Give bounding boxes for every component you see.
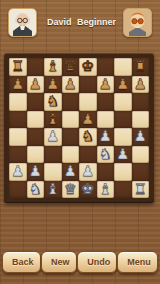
square-d2[interactable]: ♟ [62,163,80,181]
white-bishop: ♝ [99,181,112,199]
square-h1[interactable]: ♜ [132,181,150,199]
square-c8[interactable]: ♝ [44,58,62,76]
square-g4[interactable] [114,128,132,146]
bottom-toolbar: Back New Undo Menu [0,251,160,273]
square-h7[interactable]: ♟ [132,76,150,94]
square-g7[interactable]: ♟ [114,76,132,94]
black-rook: ♜ [134,58,147,76]
square-f2[interactable] [97,163,115,181]
sunglasses-man-icon [124,9,151,36]
white-pawn: ♟ [99,128,112,146]
top-bar: David Beginner [0,0,160,44]
square-b8[interactable] [27,58,45,76]
black-bishop: ♝ [46,111,59,129]
square-d8[interactable]: ♛ [62,58,80,76]
square-g1[interactable] [114,181,132,199]
chess-board: ♜♝♛♚♜♟♟♟♟♟♟♟♞♝♟♟♞♟♟♞♟♟♟♟♟♞♝♛♚♝♜ [9,58,149,198]
black-pawn: ♟ [46,76,59,94]
undo-button[interactable]: Undo [77,251,117,273]
square-d7[interactable]: ♟ [62,76,80,94]
square-b7[interactable]: ♟ [27,76,45,94]
white-knight: ♞ [29,181,42,199]
black-pawn: ♟ [64,76,77,94]
square-h4[interactable]: ♟ [132,128,150,146]
square-d6[interactable] [62,93,80,111]
square-b3[interactable] [27,146,45,164]
square-f8[interactable] [97,58,115,76]
square-c5[interactable]: ♝ [44,111,62,129]
black-pawn: ♟ [29,76,42,94]
white-pawn: ♟ [46,128,59,146]
square-d5[interactable] [62,111,80,129]
square-c7[interactable]: ♟ [44,76,62,94]
square-b5[interactable] [27,111,45,129]
square-e5[interactable]: ♟ [79,111,97,129]
square-c2[interactable] [44,163,62,181]
square-c3[interactable] [44,146,62,164]
chess-app: David Beginner ♜♝♛♚♜♟♟♟♟♟♟♟♞♝♟♟♞♟♟♞♟♟♟♟♟… [0,0,160,284]
black-king: ♚ [81,58,94,76]
white-bishop: ♝ [46,181,59,199]
player-name: David [47,17,72,27]
square-h2[interactable] [132,163,150,181]
square-e8[interactable]: ♚ [79,58,97,76]
square-g6[interactable] [114,93,132,111]
black-queen: ♛ [64,58,77,76]
square-h8[interactable]: ♜ [132,58,150,76]
square-f5[interactable] [97,111,115,129]
square-d1[interactable]: ♛ [62,181,80,199]
square-a8[interactable]: ♜ [9,58,27,76]
square-g8[interactable] [114,58,132,76]
square-h5[interactable] [132,111,150,129]
white-king: ♚ [81,181,94,199]
square-a4[interactable] [9,128,27,146]
square-c6[interactable]: ♞ [44,93,62,111]
square-e2[interactable]: ♟ [79,163,97,181]
white-pawn: ♟ [116,146,129,164]
square-e3[interactable] [79,146,97,164]
white-pawn: ♟ [11,163,24,181]
square-g3[interactable]: ♟ [114,146,132,164]
white-pawn: ♟ [29,163,42,181]
white-knight: ♞ [99,146,112,164]
black-pawn: ♟ [99,76,112,94]
square-a7[interactable]: ♟ [9,76,27,94]
square-d4[interactable] [62,128,80,146]
square-h3[interactable] [132,146,150,164]
black-bishop: ♝ [46,58,59,76]
black-rook: ♜ [11,58,24,76]
square-a1[interactable] [9,181,27,199]
black-pawn: ♟ [134,76,147,94]
white-rook: ♜ [134,181,147,199]
square-b6[interactable] [27,93,45,111]
square-a2[interactable]: ♟ [9,163,27,181]
square-e7[interactable] [79,76,97,94]
square-g5[interactable] [114,111,132,129]
square-g2[interactable] [114,163,132,181]
white-pawn: ♟ [64,163,77,181]
white-pawn: ♟ [81,163,94,181]
square-b2[interactable]: ♟ [27,163,45,181]
white-player-avatar [8,8,37,37]
skill-level-label: Beginner [77,17,116,27]
menu-button[interactable]: Menu [117,251,158,273]
square-f6[interactable] [97,93,115,111]
square-d3[interactable] [62,146,80,164]
back-button[interactable]: Back [2,251,41,273]
square-c4[interactable]: ♟ [44,128,62,146]
square-e1[interactable]: ♚ [79,181,97,199]
square-f7[interactable]: ♟ [97,76,115,94]
white-queen: ♛ [64,181,77,199]
elderly-man-icon [9,9,36,36]
square-b4[interactable] [27,128,45,146]
square-a3[interactable] [9,146,27,164]
square-a6[interactable] [9,93,27,111]
black-pawn: ♟ [116,76,129,94]
black-player-avatar [123,8,152,37]
new-game-button[interactable]: New [41,251,77,273]
square-c1[interactable]: ♝ [44,181,62,199]
square-e4[interactable]: ♞ [79,128,97,146]
square-b1[interactable]: ♞ [27,181,45,199]
square-e6[interactable] [79,93,97,111]
black-pawn: ♟ [81,111,94,129]
square-h6[interactable] [132,93,150,111]
white-pawn: ♟ [134,128,147,146]
square-f1[interactable]: ♝ [97,181,115,199]
square-f4[interactable]: ♟ [97,128,115,146]
square-a5[interactable] [9,111,27,129]
black-knight: ♞ [81,128,94,146]
black-pawn: ♟ [11,76,24,94]
black-knight: ♞ [46,93,59,111]
board-frame: ♜♝♛♚♜♟♟♟♟♟♟♟♞♝♟♟♞♟♟♞♟♟♟♟♟♞♝♛♚♝♜ [4,53,154,203]
square-f3[interactable]: ♞ [97,146,115,164]
